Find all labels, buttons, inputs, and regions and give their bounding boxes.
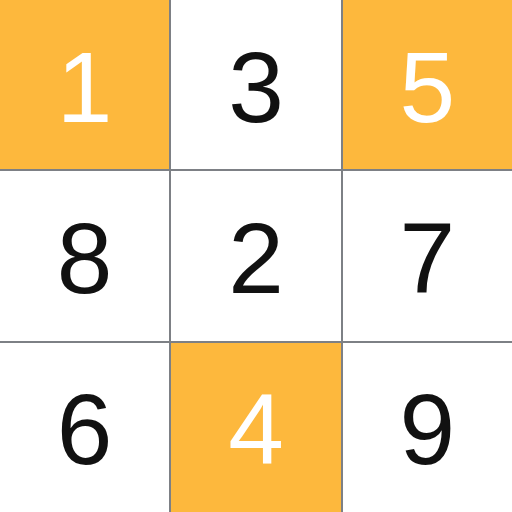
cell-digit: 1	[57, 37, 113, 137]
cell-r2c1[interactable]: 4	[171, 343, 340, 512]
cell-digit: 3	[228, 37, 284, 137]
cell-digit: 2	[228, 208, 284, 308]
cell-r0c1[interactable]: 3	[171, 0, 340, 169]
cell-r2c2[interactable]: 9	[343, 343, 512, 512]
cell-digit: 7	[400, 208, 456, 308]
cell-digit: 4	[228, 379, 284, 479]
cell-r0c0[interactable]: 1	[0, 0, 169, 169]
cell-digit: 9	[400, 379, 456, 479]
cell-r1c1[interactable]: 2	[171, 171, 340, 340]
cell-digit: 6	[57, 379, 113, 479]
cell-r2c0[interactable]: 6	[0, 343, 169, 512]
cell-digit: 5	[400, 37, 456, 137]
cell-r1c0[interactable]: 8	[0, 171, 169, 340]
cell-r1c2[interactable]: 7	[343, 171, 512, 340]
cell-digit: 8	[57, 208, 113, 308]
cell-r0c2[interactable]: 5	[343, 0, 512, 169]
puzzle-grid: 135827649	[0, 0, 512, 512]
